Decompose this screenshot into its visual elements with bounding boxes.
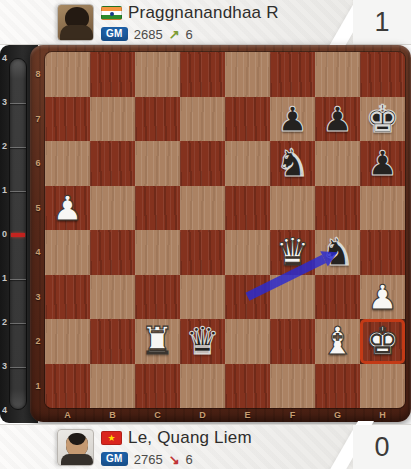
- square-a5[interactable]: ♟: [45, 186, 90, 231]
- square-c2[interactable]: ♜: [135, 319, 180, 364]
- eval-tick: [10, 103, 26, 104]
- eval-scale-label: 0: [0, 229, 9, 240]
- square-e6[interactable]: [225, 141, 270, 186]
- piece-black-knight[interactable]: ♞: [315, 230, 360, 275]
- square-h3[interactable]: ♟: [360, 275, 405, 320]
- square-b3[interactable]: [90, 275, 135, 320]
- piece-white-rook[interactable]: ♜: [135, 319, 180, 364]
- file-label-g: G: [333, 410, 343, 420]
- square-e5[interactable]: [225, 186, 270, 231]
- square-a1[interactable]: [45, 364, 90, 409]
- square-a7[interactable]: [45, 97, 90, 142]
- eval-tick: [10, 323, 26, 324]
- file-label-b: B: [108, 410, 118, 420]
- square-a2[interactable]: [45, 319, 90, 364]
- evaluation-marker: [11, 233, 25, 237]
- file-label-a: A: [63, 410, 73, 420]
- square-h1[interactable]: [360, 364, 405, 409]
- square-e4[interactable]: [225, 230, 270, 275]
- square-h6[interactable]: ♟: [360, 141, 405, 186]
- top-score-area: 1: [353, 0, 411, 44]
- bottom-player-name: Le, Quang Liem: [128, 428, 252, 448]
- broadcast-screen: 1 Praggnanandhaa R GM 2685 ↗ 6 432101234…: [0, 0, 411, 469]
- square-c4[interactable]: [135, 230, 180, 275]
- square-f5[interactable]: [270, 186, 315, 231]
- square-h2[interactable]: ♚: [360, 319, 405, 364]
- chess-board: ♟♟♚♞♟♟♛♞♟♜♛♝♚ 87654321 ABCDEFGH: [30, 45, 411, 422]
- square-g8[interactable]: [315, 52, 360, 97]
- top-player-bar: 1 Praggnanandhaa R GM 2685 ↗ 6: [0, 0, 411, 45]
- eval-scale-label: 2: [0, 141, 9, 152]
- square-d6[interactable]: [180, 141, 225, 186]
- gm-title-badge: GM: [101, 452, 128, 466]
- rank-label-8: 8: [33, 69, 43, 79]
- player-photo: [57, 429, 94, 466]
- gm-title-badge: GM: [101, 27, 128, 41]
- bottom-player-score: 0: [374, 432, 389, 463]
- square-f1[interactable]: [270, 364, 315, 409]
- rank-label-1: 1: [33, 381, 43, 391]
- square-b5[interactable]: [90, 186, 135, 231]
- square-e3[interactable]: [225, 275, 270, 320]
- square-b2[interactable]: [90, 319, 135, 364]
- top-player-name: Praggnanandhaa R: [128, 3, 279, 23]
- square-h7[interactable]: ♚: [360, 97, 405, 142]
- square-g7[interactable]: ♟: [315, 97, 360, 142]
- eval-scale-label: 4: [0, 405, 9, 416]
- eval-tick: [10, 147, 26, 148]
- square-d3[interactable]: [180, 275, 225, 320]
- piece-black-king[interactable]: ♚: [360, 97, 405, 142]
- square-a6[interactable]: [45, 141, 90, 186]
- square-b7[interactable]: [90, 97, 135, 142]
- square-b4[interactable]: [90, 230, 135, 275]
- square-a4[interactable]: [45, 230, 90, 275]
- rank-label-2: 2: [33, 336, 43, 346]
- square-e7[interactable]: [225, 97, 270, 142]
- piece-black-pawn[interactable]: ♟: [270, 97, 315, 142]
- star-icon: ★: [107, 434, 115, 443]
- square-g6[interactable]: [315, 141, 360, 186]
- square-d7[interactable]: [180, 97, 225, 142]
- top-rating-change: 6: [186, 27, 193, 42]
- rank-label-7: 7: [33, 114, 43, 124]
- square-g3[interactable]: [315, 275, 360, 320]
- square-f8[interactable]: [270, 52, 315, 97]
- square-g1[interactable]: [315, 364, 360, 409]
- player-photo: [57, 4, 94, 41]
- square-g5[interactable]: [315, 186, 360, 231]
- square-c7[interactable]: [135, 97, 180, 142]
- eval-scale-label: 2: [0, 317, 9, 328]
- piece-black-knight[interactable]: ♞: [270, 141, 315, 186]
- square-b8[interactable]: [90, 52, 135, 97]
- rank-label-5: 5: [33, 203, 43, 213]
- square-d4[interactable]: [180, 230, 225, 275]
- file-label-e: E: [243, 410, 253, 420]
- square-d8[interactable]: [180, 52, 225, 97]
- rank-label-4: 4: [33, 247, 43, 257]
- piece-white-pawn[interactable]: ♟: [45, 186, 90, 231]
- square-a3[interactable]: [45, 275, 90, 320]
- file-label-f: F: [288, 410, 298, 420]
- eval-tick: [10, 191, 26, 192]
- file-label-c: C: [153, 410, 163, 420]
- square-h8[interactable]: [360, 52, 405, 97]
- bottom-rating-change: 6: [186, 452, 193, 467]
- piece-black-pawn[interactable]: ♟: [315, 97, 360, 142]
- file-label-d: D: [198, 410, 208, 420]
- square-a8[interactable]: [45, 52, 90, 97]
- square-g4[interactable]: ♞: [315, 230, 360, 275]
- top-player-score: 1: [374, 7, 389, 38]
- evaluation-bar: [9, 58, 27, 410]
- piece-black-pawn[interactable]: ♟: [360, 141, 405, 186]
- bottom-score-area: 0: [353, 425, 411, 469]
- square-b6[interactable]: [90, 141, 135, 186]
- square-d2[interactable]: ♛: [180, 319, 225, 364]
- rating-down-arrow-icon: ↘: [169, 452, 180, 467]
- piece-white-bishop[interactable]: ♝: [315, 319, 360, 364]
- india-flag-icon: [101, 6, 122, 20]
- square-c5[interactable]: [135, 186, 180, 231]
- piece-white-queen[interactable]: ♛: [270, 230, 315, 275]
- square-e2[interactable]: [225, 319, 270, 364]
- square-f4[interactable]: ♛: [270, 230, 315, 275]
- square-f2[interactable]: [270, 319, 315, 364]
- rank-label-6: 6: [33, 158, 43, 168]
- square-g2[interactable]: ♝: [315, 319, 360, 364]
- square-e1[interactable]: [225, 364, 270, 409]
- file-label-h: H: [378, 410, 388, 420]
- rank-label-3: 3: [33, 292, 43, 302]
- bottom-player-rating: 2765: [134, 452, 163, 467]
- piece-white-king[interactable]: ♚: [360, 319, 405, 364]
- square-f3[interactable]: [270, 275, 315, 320]
- square-d5[interactable]: [180, 186, 225, 231]
- eval-scale-label: 4: [0, 53, 9, 64]
- rating-up-arrow-icon: ↗: [169, 27, 180, 42]
- square-c8[interactable]: [135, 52, 180, 97]
- eval-scale-label: 3: [0, 361, 9, 372]
- top-player-rating: 2685: [134, 27, 163, 42]
- eval-tick: [10, 279, 26, 280]
- eval-scale-label: 1: [0, 273, 9, 284]
- square-c1[interactable]: [135, 364, 180, 409]
- square-h4[interactable]: [360, 230, 405, 275]
- piece-white-pawn[interactable]: ♟: [360, 275, 405, 320]
- square-e8[interactable]: [225, 52, 270, 97]
- square-f7[interactable]: ♟: [270, 97, 315, 142]
- eval-scale-label: 3: [0, 97, 9, 108]
- square-c6[interactable]: [135, 141, 180, 186]
- square-h5[interactable]: [360, 186, 405, 231]
- square-f6[interactable]: ♞: [270, 141, 315, 186]
- square-c3[interactable]: [135, 275, 180, 320]
- bottom-player-bar: 0 ★ Le, Quang Liem GM 2765 ↘ 6: [0, 424, 411, 469]
- eval-scale-label: 1: [0, 185, 9, 196]
- square-b1[interactable]: [90, 364, 135, 409]
- eval-tick: [10, 367, 26, 368]
- vietnam-flag-icon: ★: [101, 431, 122, 445]
- square-d1[interactable]: [180, 364, 225, 409]
- piece-black-queen[interactable]: ♛: [180, 319, 225, 364]
